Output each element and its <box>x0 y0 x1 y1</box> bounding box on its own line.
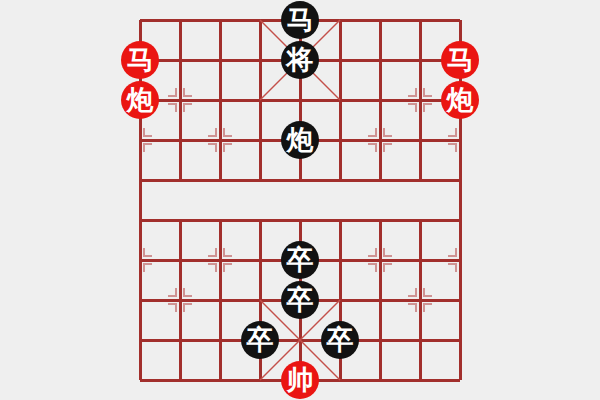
piece-black-cannon[interactable]: 炮 <box>281 121 319 159</box>
piece-black-soldier[interactable]: 卒 <box>281 241 319 279</box>
piece-red-horse[interactable]: 马 <box>441 41 479 79</box>
xiangqi-board[interactable]: 马马将马炮炮炮卒卒卒卒帅 <box>140 20 460 380</box>
piece-red-general[interactable]: 帅 <box>281 361 319 399</box>
app-background: 马马将马炮炮炮卒卒卒卒帅 <box>0 0 600 400</box>
piece-black-general[interactable]: 将 <box>281 41 319 79</box>
piece-red-horse[interactable]: 马 <box>121 41 159 79</box>
piece-black-soldier[interactable]: 卒 <box>281 281 319 319</box>
piece-red-cannon[interactable]: 炮 <box>441 81 479 119</box>
piece-black-soldier[interactable]: 卒 <box>321 321 359 359</box>
piece-red-cannon[interactable]: 炮 <box>121 81 159 119</box>
piece-black-horse[interactable]: 马 <box>281 1 319 39</box>
piece-black-soldier[interactable]: 卒 <box>241 321 279 359</box>
